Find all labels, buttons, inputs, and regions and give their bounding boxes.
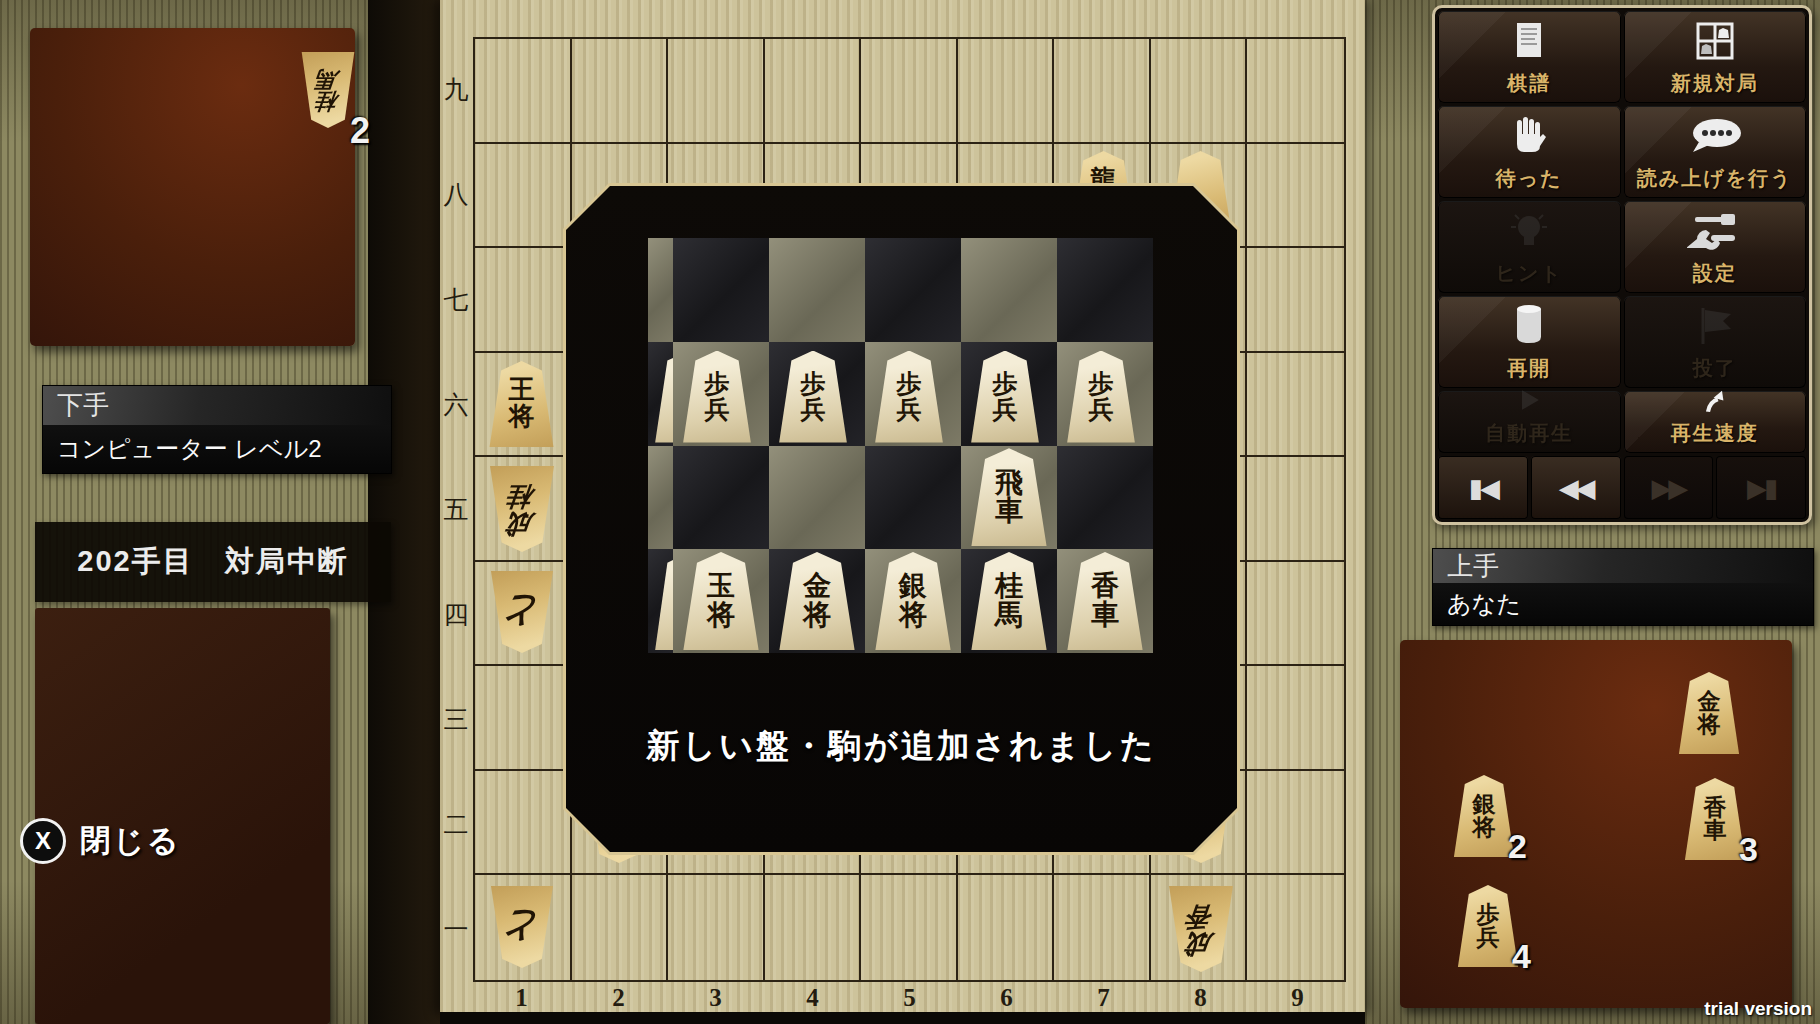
captured-count: 3	[1739, 830, 1758, 869]
preview-square: 歩兵	[865, 342, 961, 446]
read-aloud-button[interactable]: 読み上げを行う	[1624, 106, 1807, 198]
board-cell[interactable]	[475, 666, 572, 771]
hand-icon	[1507, 106, 1551, 165]
board-cell[interactable]	[475, 248, 572, 353]
rank-label: 四	[441, 562, 471, 667]
speech-bubble-icon	[1687, 106, 1743, 165]
close-x-button[interactable]: X	[20, 818, 66, 864]
new-game-board-icon	[1692, 11, 1738, 70]
preview-square: 香車	[1057, 549, 1153, 653]
playback-speed-button[interactable]: 再生速度	[1624, 391, 1807, 453]
file-label: 9	[1249, 983, 1346, 1013]
preview-square	[865, 238, 961, 342]
shogi-piece-歩兵: 歩兵	[1065, 351, 1137, 443]
shogi-piece-歩兵: 歩兵	[681, 351, 753, 443]
board-cell[interactable]	[765, 39, 862, 144]
komadai-lower-player-2	[35, 608, 330, 1024]
tools-icon	[1687, 201, 1743, 260]
board-cell[interactable]	[1054, 39, 1151, 144]
board-cell[interactable]	[572, 875, 669, 980]
board-cell[interactable]	[572, 39, 669, 144]
settings-button[interactable]: 設定	[1624, 201, 1807, 293]
captured-count: 2	[350, 110, 370, 152]
button-label: 投了	[1693, 355, 1737, 382]
file-label: 4	[764, 983, 861, 1013]
matta-button[interactable]: 待った	[1438, 106, 1621, 198]
button-label: 再生速度	[1671, 420, 1759, 447]
close-label: 閉じる	[80, 820, 180, 862]
fast-forward-button: ▶▶	[1624, 456, 1714, 519]
rank-label: 一	[441, 877, 471, 982]
shogi-piece-歩兵: 歩兵	[969, 351, 1041, 443]
board-cell[interactable]	[475, 771, 572, 876]
board-cell[interactable]	[861, 875, 958, 980]
kifu-button[interactable]: 棋譜	[1438, 11, 1621, 103]
rank-label: 七	[441, 247, 471, 352]
preview-square	[648, 446, 673, 550]
preview-square	[769, 446, 865, 550]
hint-button: ヒント	[1438, 201, 1621, 293]
board-bottom-edge	[440, 1012, 1365, 1024]
shogi-piece-金将: 金将	[777, 552, 857, 650]
captured-count: 4	[1512, 937, 1531, 976]
dialog-message: 新しい盤・駒が追加されました	[566, 724, 1237, 769]
play-icon	[1515, 386, 1543, 414]
shogi-piece-銀将: 銀将	[873, 552, 953, 650]
preview-square: 飛車	[961, 446, 1057, 550]
preview-square	[1057, 238, 1153, 342]
new-game-button[interactable]: 新規対局	[1624, 11, 1807, 103]
arrow-up-icon	[1701, 389, 1729, 414]
shogi-piece-歩兵: 歩兵	[777, 351, 849, 443]
preview-square	[673, 238, 769, 342]
rank-label: 二	[441, 772, 471, 877]
trial-version-label: trial version	[1704, 998, 1812, 1020]
board-cell[interactable]	[1247, 39, 1344, 144]
board-cell[interactable]	[1247, 875, 1344, 980]
board-cell[interactable]	[475, 39, 572, 144]
shogi-piece-歩兵: 歩兵	[873, 351, 945, 443]
preview-square	[865, 446, 961, 550]
skip-to-start-button[interactable]: ▮◀	[1438, 456, 1528, 519]
button-label: 設定	[1693, 260, 1737, 287]
rank-label: 五	[441, 457, 471, 562]
preview-square: 玉将	[673, 549, 769, 653]
board-cell[interactable]	[1247, 144, 1344, 249]
board-cell[interactable]	[1054, 875, 1151, 980]
new-board-preview: 歩兵歩兵歩兵歩兵歩兵歩兵飛車歩兵玉将金将銀将桂馬香車	[648, 238, 1153, 653]
upper-player-role: 上手	[1433, 549, 1813, 583]
board-cell[interactable]	[1247, 457, 1344, 562]
shogi-piece-歩兵: 歩兵	[653, 351, 673, 443]
board-cell[interactable]	[1247, 248, 1344, 353]
preview-square: 金将	[769, 549, 865, 653]
left-shadow-strip	[368, 0, 440, 1024]
file-label: 3	[667, 983, 764, 1013]
preview-square: 歩兵	[648, 342, 673, 446]
preview-square: 桂馬	[961, 549, 1057, 653]
flag-icon	[1691, 296, 1739, 355]
shogi-piece-香車: 香車	[1065, 552, 1145, 650]
preview-square	[961, 238, 1057, 342]
button-label: 新規対局	[1671, 70, 1759, 97]
board-cell[interactable]	[861, 39, 958, 144]
preview-square: 歩兵	[1057, 342, 1153, 446]
board-cell[interactable]	[668, 39, 765, 144]
notification-dialog: 歩兵歩兵歩兵歩兵歩兵歩兵飛車歩兵玉将金将銀将桂馬香車 新しい盤・駒が追加されまし…	[563, 183, 1240, 855]
kifu-document-icon	[1507, 11, 1551, 70]
shogi-piece-歩兵: 歩兵	[653, 552, 673, 650]
file-label: 5	[861, 983, 958, 1013]
board-cell[interactable]	[1247, 666, 1344, 771]
shogi-piece-飛車: 飛車	[969, 448, 1049, 546]
move-status: 202手目 対局中断	[35, 522, 391, 602]
button-label: 読み上げを行う	[1637, 165, 1793, 192]
upper-player-name: あなた	[1433, 583, 1813, 625]
preview-square	[673, 446, 769, 550]
board-cell[interactable]	[1247, 562, 1344, 667]
board-cell[interactable]	[668, 875, 765, 980]
rank-label: 九	[441, 37, 471, 142]
lower-player-role: 下手	[43, 386, 391, 425]
file-label: 8	[1152, 983, 1249, 1013]
upper-player-plate: 上手 あなた	[1432, 548, 1814, 626]
cup-icon	[1509, 296, 1549, 355]
shogi-piece-桂馬: 桂馬	[969, 552, 1049, 650]
preview-square: 歩兵	[961, 342, 1057, 446]
captured-count: 2	[1508, 827, 1527, 866]
preview-square: 歩兵	[769, 342, 865, 446]
resume-button[interactable]: 再開	[1438, 296, 1621, 388]
lower-player-name: コンピューター レベル2	[43, 425, 391, 473]
preview-square	[1057, 446, 1153, 550]
button-label: 再開	[1507, 355, 1551, 382]
preview-square: 歩兵	[673, 342, 769, 446]
file-label: 7	[1055, 983, 1152, 1013]
resign-button: 投了	[1624, 296, 1807, 388]
close-control[interactable]: X 閉じる	[20, 818, 180, 864]
preview-square	[648, 238, 673, 342]
skip-to-end-button: ▶▮	[1716, 456, 1806, 519]
rank-label: 八	[441, 142, 471, 247]
board-cell[interactable]	[765, 875, 862, 980]
board-cell[interactable]	[958, 875, 1055, 980]
button-label: ヒント	[1496, 260, 1563, 287]
rank-label: 三	[441, 667, 471, 772]
board-cell[interactable]	[1247, 771, 1344, 876]
preview-square: 歩兵	[648, 549, 673, 653]
file-label: 1	[473, 983, 570, 1013]
dialog-body: 歩兵歩兵歩兵歩兵歩兵歩兵飛車歩兵玉将金将銀将桂馬香車 新しい盤・駒が追加されまし…	[566, 186, 1237, 852]
button-label: 棋譜	[1507, 70, 1551, 97]
lightbulb-icon	[1505, 201, 1553, 260]
board-cell[interactable]	[475, 144, 572, 249]
button-label: 自動再生	[1485, 420, 1573, 447]
board-cell[interactable]	[958, 39, 1055, 144]
rewind-button[interactable]: ◀◀	[1531, 456, 1621, 519]
autoplay-button: 自動再生	[1438, 391, 1621, 453]
control-panel: 棋譜新規対局待った読み上げを行うヒント設定再開投了自動再生再生速度▮◀◀◀▶▶▶…	[1432, 5, 1812, 525]
shogi-piece-玉将: 玉将	[681, 552, 761, 650]
shogi-app-screen: 九八七六五四三二一 123456789 王将成桂とと龍王と成香 桂馬2 下手 コ…	[0, 0, 1820, 1024]
preview-square	[769, 238, 865, 342]
file-label: 6	[958, 983, 1055, 1013]
preview-square: 銀将	[865, 549, 961, 653]
board-cell[interactable]	[1247, 353, 1344, 458]
button-label: 待った	[1496, 165, 1563, 192]
lower-player-plate: 下手 コンピューター レベル2	[42, 385, 392, 474]
board-cell[interactable]	[1151, 39, 1248, 144]
file-label: 2	[570, 983, 667, 1013]
rank-label: 六	[441, 352, 471, 457]
